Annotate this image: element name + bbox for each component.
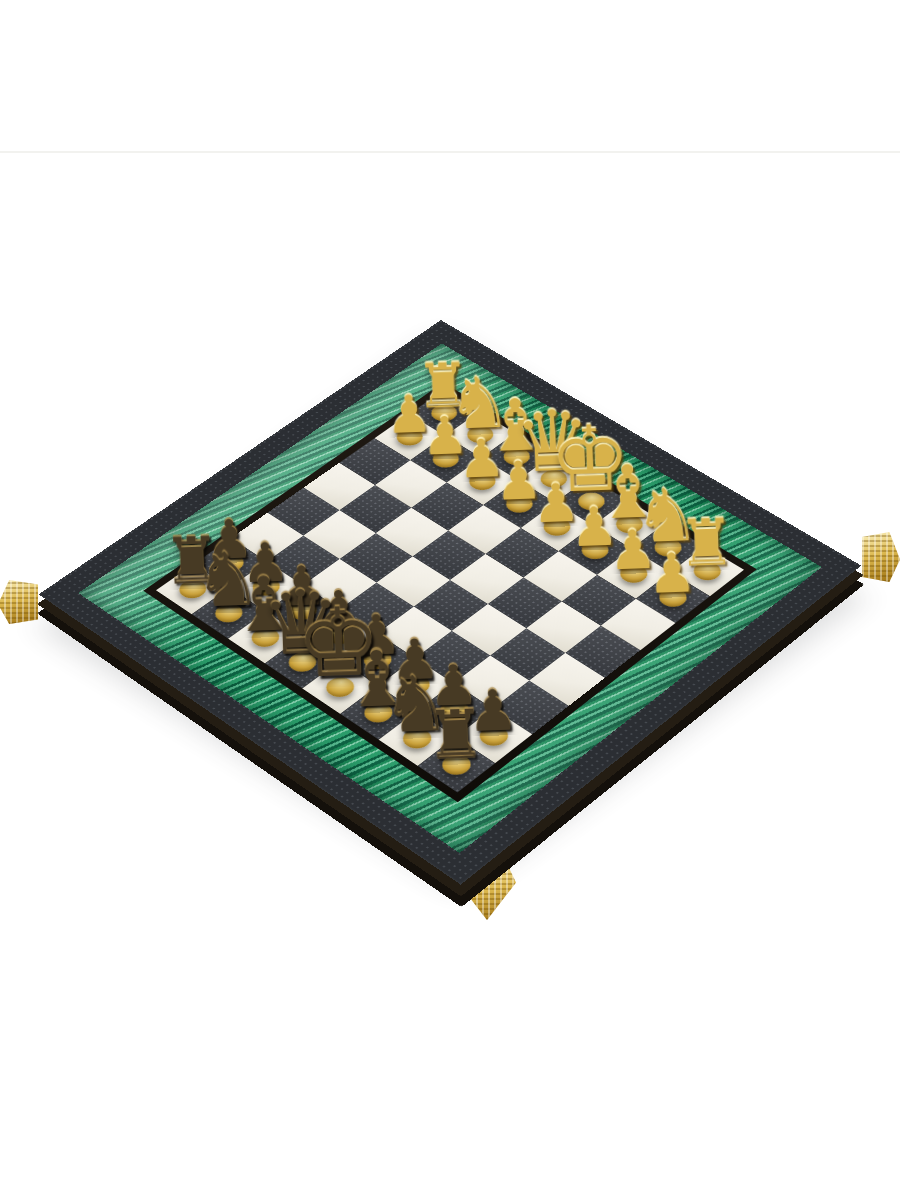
rook-glyph: ♜ <box>424 700 487 769</box>
square-e5[interactable] <box>414 580 488 631</box>
malachite-band: ♜♞♝♛♚♝♞♜♟♟♟♟♟♟♟♟♟♟♟♟♟♟♟♟♜♞♝♛♚♝♞♜ <box>78 343 821 853</box>
perspective-wrapper: ♜♞♝♛♚♝♞♜♟♟♟♟♟♟♟♟♟♟♟♟♟♟♟♟♜♞♝♛♚♝♞♜ <box>0 0 900 1200</box>
square-h2[interactable]: ♟ <box>636 572 710 623</box>
chess-board: ♜♞♝♛♚♝♞♜♟♟♟♟♟♟♟♟♟♟♟♟♟♟♟♟♜♞♝♛♚♝♞♜ <box>39 320 862 885</box>
square-f3[interactable] <box>523 551 596 601</box>
outer-stone-band: ♜♞♝♛♚♝♞♜♟♟♟♟♟♟♟♟♟♟♟♟♟♟♟♟♜♞♝♛♚♝♞♜ <box>39 320 862 885</box>
square-h8[interactable]: ♜ <box>418 737 495 792</box>
pawn-glyph: ♟ <box>647 546 698 602</box>
chess-set-photo: ♜♞♝♛♚♝♞♜♟♟♟♟♟♟♟♟♟♟♟♟♟♟♟♟♜♞♝♛♚♝♞♜ <box>0 0 900 1200</box>
